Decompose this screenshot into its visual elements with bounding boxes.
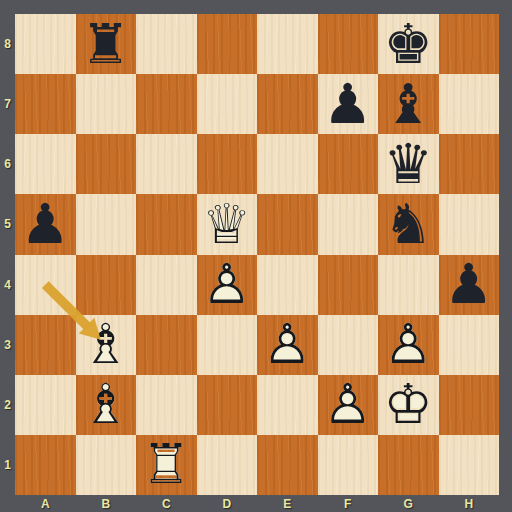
square-e4[interactable] [257, 255, 318, 315]
file-label-b: B [76, 495, 137, 512]
square-a6[interactable] [15, 134, 76, 194]
black-rook-b8[interactable]: ♜ [76, 14, 137, 74]
white-rook-c1[interactable]: ♜♖ [136, 435, 197, 495]
square-c6[interactable] [136, 134, 197, 194]
black-knight-g5[interactable]: ♞ [378, 194, 439, 254]
black-pawn-a5[interactable]: ♟ [15, 194, 76, 254]
square-h2[interactable] [439, 375, 500, 435]
square-h4[interactable]: ♟ [439, 255, 500, 315]
square-c2[interactable] [136, 375, 197, 435]
square-c3[interactable] [136, 315, 197, 375]
white-king-g2[interactable]: ♚♔ [378, 375, 439, 435]
file-label-c: C [136, 495, 197, 512]
square-a7[interactable] [15, 74, 76, 134]
square-e5[interactable] [257, 194, 318, 254]
square-d8[interactable] [197, 14, 258, 74]
white-pawn-f2[interactable]: ♟♙ [318, 375, 379, 435]
square-e1[interactable] [257, 435, 318, 495]
square-a4[interactable] [15, 255, 76, 315]
rank-label-7: 7 [0, 74, 15, 134]
white-pawn-g3[interactable]: ♟♙ [378, 315, 439, 375]
white-pawn-d4[interactable]: ♟♙ [197, 255, 258, 315]
square-c1[interactable]: ♜♖ [136, 435, 197, 495]
square-f6[interactable] [318, 134, 379, 194]
black-bishop-g7[interactable]: ♝ [378, 74, 439, 134]
square-h5[interactable] [439, 194, 500, 254]
square-d6[interactable] [197, 134, 258, 194]
white-queen-d5[interactable]: ♛♕ [197, 194, 258, 254]
square-g1[interactable] [378, 435, 439, 495]
square-f5[interactable] [318, 194, 379, 254]
file-label-e: E [257, 495, 318, 512]
square-g5[interactable]: ♞ [378, 194, 439, 254]
square-h8[interactable] [439, 14, 500, 74]
rank-label-5: 5 [0, 194, 15, 254]
file-label-a: A [15, 495, 76, 512]
black-pawn-f7[interactable]: ♟ [318, 74, 379, 134]
rank-labels: 87654321 [0, 14, 15, 495]
white-bishop-b3[interactable]: ♝♗ [76, 315, 137, 375]
square-f1[interactable] [318, 435, 379, 495]
square-a8[interactable] [15, 14, 76, 74]
square-e3[interactable]: ♟♙ [257, 315, 318, 375]
square-b8[interactable]: ♜ [76, 14, 137, 74]
square-b6[interactable] [76, 134, 137, 194]
square-b1[interactable] [76, 435, 137, 495]
square-d1[interactable] [197, 435, 258, 495]
square-f8[interactable] [318, 14, 379, 74]
square-c8[interactable] [136, 14, 197, 74]
rank-label-1: 1 [0, 435, 15, 495]
square-g8[interactable]: ♚ [378, 14, 439, 74]
square-g2[interactable]: ♚♔ [378, 375, 439, 435]
square-g3[interactable]: ♟♙ [378, 315, 439, 375]
square-e7[interactable] [257, 74, 318, 134]
rank-label-8: 8 [0, 14, 15, 74]
square-f7[interactable]: ♟ [318, 74, 379, 134]
square-c5[interactable] [136, 194, 197, 254]
square-g4[interactable] [378, 255, 439, 315]
square-b2[interactable]: ♝♗ [76, 375, 137, 435]
square-d5[interactable]: ♛♕ [197, 194, 258, 254]
square-a3[interactable] [15, 315, 76, 375]
rank-label-3: 3 [0, 315, 15, 375]
square-b3[interactable]: ♝♗ [76, 315, 137, 375]
square-g6[interactable]: ♛ [378, 134, 439, 194]
square-g7[interactable]: ♝ [378, 74, 439, 134]
file-label-f: F [318, 495, 379, 512]
square-d3[interactable] [197, 315, 258, 375]
white-bishop-b2[interactable]: ♝♗ [76, 375, 137, 435]
black-queen-g6[interactable]: ♛ [378, 134, 439, 194]
square-h1[interactable] [439, 435, 500, 495]
square-a1[interactable] [15, 435, 76, 495]
square-f4[interactable] [318, 255, 379, 315]
file-label-d: D [197, 495, 258, 512]
black-pawn-h4[interactable]: ♟ [439, 255, 500, 315]
square-a5[interactable]: ♟ [15, 194, 76, 254]
file-label-h: H [439, 495, 500, 512]
square-b4[interactable] [76, 255, 137, 315]
square-e8[interactable] [257, 14, 318, 74]
square-h7[interactable] [439, 74, 500, 134]
square-d2[interactable] [197, 375, 258, 435]
square-f2[interactable]: ♟♙ [318, 375, 379, 435]
square-b7[interactable] [76, 74, 137, 134]
square-e6[interactable] [257, 134, 318, 194]
chess-board-frame: 87654321 ABCDEFGH ♜♚♟♝♛♟♛♕♞♟♙♟♝♗♟♙♟♙♝♗♟♙… [0, 0, 512, 512]
square-c4[interactable] [136, 255, 197, 315]
file-label-g: G [378, 495, 439, 512]
black-king-g8[interactable]: ♚ [378, 14, 439, 74]
square-c7[interactable] [136, 74, 197, 134]
square-f3[interactable] [318, 315, 379, 375]
file-labels: ABCDEFGH [15, 495, 499, 512]
rank-label-2: 2 [0, 375, 15, 435]
board: ♜♚♟♝♛♟♛♕♞♟♙♟♝♗♟♙♟♙♝♗♟♙♚♔♜♖ [15, 14, 499, 495]
square-b5[interactable] [76, 194, 137, 254]
square-h6[interactable] [439, 134, 500, 194]
square-a2[interactable] [15, 375, 76, 435]
rank-label-4: 4 [0, 255, 15, 315]
square-h3[interactable] [439, 315, 500, 375]
white-pawn-e3[interactable]: ♟♙ [257, 315, 318, 375]
square-d7[interactable] [197, 74, 258, 134]
square-d4[interactable]: ♟♙ [197, 255, 258, 315]
rank-label-6: 6 [0, 134, 15, 194]
square-e2[interactable] [257, 375, 318, 435]
